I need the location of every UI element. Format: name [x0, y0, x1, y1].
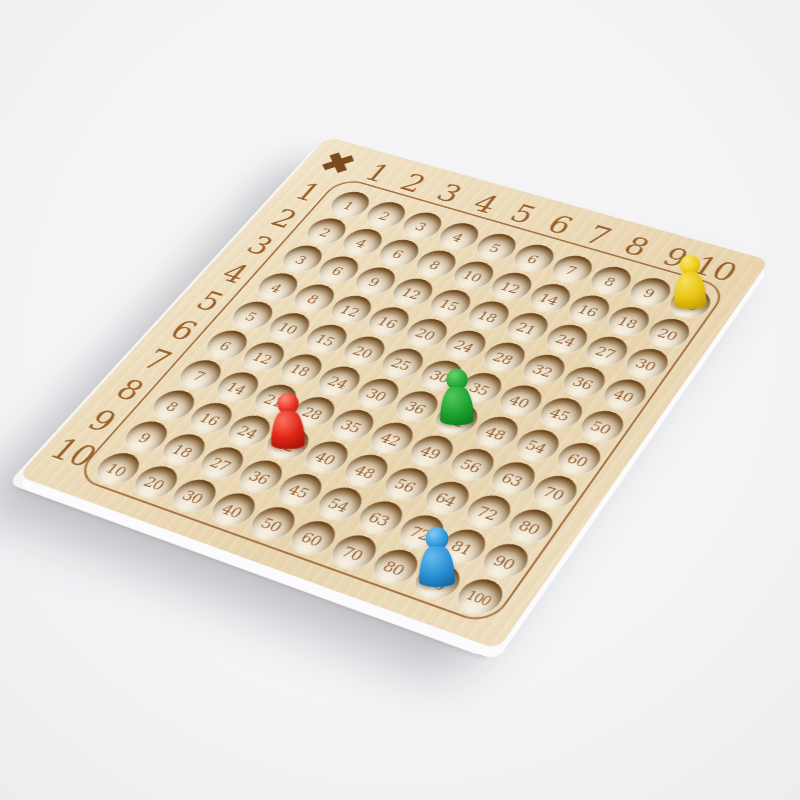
- cell-number: 24: [325, 375, 351, 391]
- cell-number: 8: [426, 259, 442, 271]
- cell-number: 5: [242, 311, 259, 324]
- pawn-body: [674, 272, 707, 309]
- cell-number: 54: [325, 496, 352, 514]
- cell-number: 40: [610, 388, 636, 405]
- cell-number: 24: [451, 339, 476, 355]
- cell-number: 2: [376, 210, 392, 222]
- cell-number: 21: [513, 321, 538, 337]
- cell-number: 8: [163, 400, 181, 414]
- cell-number: 49: [417, 444, 443, 461]
- pawn-red[interactable]: [268, 393, 306, 449]
- cell-number: 100: [464, 589, 493, 607]
- cell-number: 6: [524, 253, 540, 265]
- cell-number: 32: [530, 363, 555, 379]
- pawn-body: [271, 411, 305, 449]
- cell-number: 50: [587, 419, 613, 436]
- cell-number: 40: [218, 502, 245, 520]
- cell-number: 50: [258, 516, 285, 534]
- cell-number: 24: [553, 333, 578, 349]
- cell-number: 70: [338, 545, 365, 564]
- cell-number: 60: [298, 530, 325, 548]
- cell-number: 20: [141, 475, 168, 493]
- cell-number: 28: [490, 351, 515, 367]
- cell-number: 27: [207, 456, 233, 473]
- cell-number: 6: [329, 265, 346, 277]
- cell-number: 45: [546, 406, 572, 423]
- cell-number: 18: [287, 362, 312, 378]
- cell-number: 27: [592, 345, 617, 361]
- cell-number: 16: [575, 303, 600, 319]
- cell-number: 48: [351, 463, 377, 481]
- cell-number: 56: [391, 477, 418, 495]
- cell-number: 4: [268, 282, 285, 295]
- cell-number: 60: [564, 452, 590, 470]
- cell-number: 7: [562, 264, 578, 277]
- cell-number: 10: [460, 269, 484, 284]
- cell-number: 40: [506, 394, 532, 411]
- cell-number: 36: [402, 400, 428, 417]
- cell-number: 45: [285, 483, 312, 501]
- cell-number: 72: [473, 505, 500, 523]
- cell-number: 80: [515, 519, 542, 538]
- cell-number: 12: [399, 286, 424, 301]
- cell-number: 4: [449, 232, 465, 244]
- cell-number: 35: [338, 418, 364, 435]
- cell-number: 36: [246, 469, 273, 487]
- cell-number: 18: [169, 443, 195, 460]
- cell-number: 15: [312, 333, 337, 349]
- pawn-body: [419, 546, 455, 587]
- cell-number: 5: [486, 242, 502, 254]
- cell-number: 30: [633, 357, 658, 373]
- cell-number: 30: [179, 489, 206, 507]
- cell-number: 3: [292, 254, 308, 266]
- cell-number: 7: [190, 370, 207, 383]
- cell-number: 14: [536, 292, 561, 307]
- cell-number: 40: [312, 450, 338, 467]
- pawn-yellow[interactable]: [672, 255, 709, 309]
- pawn-green[interactable]: [437, 368, 475, 424]
- cell-number: 12: [498, 280, 523, 295]
- multiplication-board: ✖ 12345678910 12345678910 12345678910246…: [18, 137, 769, 650]
- cell-number: 24: [234, 424, 260, 441]
- cell-number: 18: [615, 315, 640, 331]
- cell-number: 12: [249, 350, 274, 366]
- scene: ✖ 12345678910 12345678910 12345678910246…: [0, 0, 800, 800]
- cell-number: 14: [223, 380, 249, 396]
- cell-number: 3: [412, 221, 428, 233]
- cell-number: 20: [655, 327, 680, 343]
- cell-number: 48: [482, 425, 508, 442]
- cell-number: 4: [353, 237, 369, 249]
- cell-number: 36: [570, 375, 596, 392]
- cell-number: 9: [135, 431, 153, 445]
- cell-number: 8: [304, 293, 321, 306]
- cell-number: 2: [317, 227, 333, 239]
- cell-number: 54: [523, 438, 549, 455]
- cell-number: 16: [375, 315, 400, 331]
- cell-number: 90: [490, 553, 517, 572]
- cell-number: 6: [216, 340, 233, 353]
- cell-number: 63: [498, 471, 525, 489]
- cell-number: 8: [601, 276, 617, 289]
- cell-number: 16: [196, 411, 222, 428]
- cell-number: 25: [388, 357, 413, 373]
- cell-number: 10: [103, 462, 129, 479]
- cell-number: 9: [641, 287, 657, 300]
- cell-number: 64: [432, 491, 459, 509]
- cell-number: 63: [365, 510, 392, 528]
- cell-number: 18: [475, 309, 500, 325]
- cell-number: 30: [363, 387, 389, 403]
- pawn-blue[interactable]: [417, 527, 458, 587]
- cell-number: 15: [436, 298, 461, 313]
- cell-number: 20: [350, 345, 375, 361]
- cell-number: 42: [377, 431, 403, 448]
- cell-number: 10: [275, 321, 300, 337]
- cell-number: 70: [540, 485, 567, 503]
- pawn-body: [440, 386, 474, 424]
- cell-number: 80: [380, 559, 407, 578]
- cell-number: 56: [457, 458, 483, 476]
- cell-number: 9: [365, 276, 382, 289]
- cell-number: 20: [412, 327, 437, 343]
- cell-number: 1: [340, 200, 356, 212]
- cell-number: 12: [337, 304, 362, 319]
- cell-number: 6: [389, 248, 405, 260]
